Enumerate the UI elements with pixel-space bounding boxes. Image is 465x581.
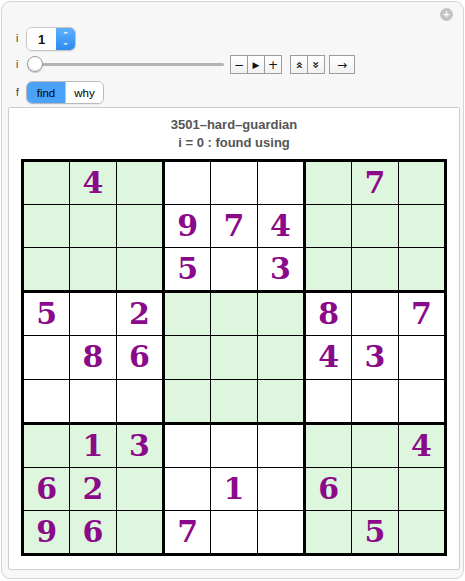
sudoku-cell-r8c9 xyxy=(399,468,444,510)
sudoku-cell-r4c4 xyxy=(165,293,210,335)
sudoku-cell-r9c9 xyxy=(399,511,444,553)
puzzle-subtitle: i = 0 : found using xyxy=(9,134,459,152)
sudoku-cell-r7c3: 3 xyxy=(117,425,162,467)
sudoku-cell-r8c8 xyxy=(352,468,397,510)
display-frame: 3501–hard–guardian i = 0 : found using 4… xyxy=(8,107,460,570)
sudoku-cell-r3c6: 3 xyxy=(258,248,303,290)
sudoku-box: 97453 xyxy=(165,162,303,290)
sudoku-cell-r7c7 xyxy=(306,425,351,467)
sudoku-cell-r5c2: 8 xyxy=(70,336,115,378)
sudoku-cell-r3c9 xyxy=(399,248,444,290)
stepper-down-icon[interactable]: ⌄ xyxy=(62,39,70,46)
f-setter-bar[interactable]: find why xyxy=(26,81,104,104)
speed-up-button[interactable]: » xyxy=(290,55,308,74)
sudoku-cell-r1c2: 4 xyxy=(70,162,115,204)
sudoku-box: 8743 xyxy=(306,293,444,421)
sudoku-cell-r5c7: 4 xyxy=(306,336,351,378)
sudoku-cell-r4c1: 5 xyxy=(24,293,69,335)
sudoku-cell-r9c2: 6 xyxy=(70,511,115,553)
sudoku-cell-r8c1: 6 xyxy=(24,468,69,510)
sudoku-cell-r3c5 xyxy=(211,248,256,290)
puzzle-title: 3501–hard–guardian xyxy=(9,116,459,134)
sudoku-cell-r8c7: 6 xyxy=(306,468,351,510)
slider-track[interactable] xyxy=(27,63,224,66)
sudoku-cell-r9c8: 5 xyxy=(352,511,397,553)
sudoku-cell-r2c5: 7 xyxy=(211,205,256,247)
sudoku-cell-r5c1 xyxy=(24,336,69,378)
sudoku-cell-r6c8 xyxy=(352,380,397,422)
sudoku-cell-r8c4 xyxy=(165,468,210,510)
sudoku-box: 7 xyxy=(306,162,444,290)
sudoku-cell-r7c1 xyxy=(24,425,69,467)
sudoku-cell-r3c8 xyxy=(352,248,397,290)
chevron-double-up-icon: » xyxy=(292,61,306,69)
sudoku-cell-r1c5 xyxy=(211,162,256,204)
sudoku-cell-r6c4 xyxy=(165,380,210,422)
sudoku-cell-r6c7 xyxy=(306,380,351,422)
sudoku-cell-r5c4 xyxy=(165,336,210,378)
sudoku-cell-r2c2 xyxy=(70,205,115,247)
stepper-label: i xyxy=(16,33,18,44)
sudoku-cell-r7c6 xyxy=(258,425,303,467)
sudoku-cell-r8c3 xyxy=(117,468,162,510)
sudoku-cell-r3c7 xyxy=(306,248,351,290)
sudoku-cell-r6c2 xyxy=(70,380,115,422)
sudoku-cell-r4c2 xyxy=(70,293,115,335)
sudoku-cell-r4c7: 8 xyxy=(306,293,351,335)
sudoku-box: 5286 xyxy=(24,293,162,421)
sudoku-cell-r9c1: 9 xyxy=(24,511,69,553)
chevron-double-down-icon: » xyxy=(309,61,323,69)
sudoku-cell-r2c9 xyxy=(399,205,444,247)
i-slider[interactable] xyxy=(27,55,224,73)
sudoku-box: 136296 xyxy=(24,425,162,553)
sudoku-cell-r3c2 xyxy=(70,248,115,290)
sudoku-cell-r3c1 xyxy=(24,248,69,290)
direction-button[interactable]: → xyxy=(329,55,355,74)
slider-thumb[interactable] xyxy=(27,56,43,72)
sudoku-cell-r9c6 xyxy=(258,511,303,553)
sudoku-cell-r1c4 xyxy=(165,162,210,204)
sudoku-cell-r4c5 xyxy=(211,293,256,335)
sudoku-cell-r8c2: 2 xyxy=(70,468,115,510)
sudoku-box: 465 xyxy=(306,425,444,553)
sudoku-cell-r4c9: 7 xyxy=(399,293,444,335)
play-button[interactable]: ▶ xyxy=(247,55,265,74)
sudoku-cell-r5c8: 3 xyxy=(352,336,397,378)
slider-label: i xyxy=(16,59,18,70)
sudoku-cell-r6c5 xyxy=(211,380,256,422)
sudoku-cell-r9c4: 7 xyxy=(165,511,210,553)
sudoku-cell-r5c5 xyxy=(211,336,256,378)
setter-option-find[interactable]: find xyxy=(27,82,65,103)
sudoku-cell-r7c5 xyxy=(211,425,256,467)
sudoku-cell-r6c3 xyxy=(117,380,162,422)
manipulate-panel: + i 1 ⌃ ⌄ i − ▶ + » » → f find why 3501 xyxy=(1,1,464,579)
sudoku-cell-r9c5 xyxy=(211,511,256,553)
stepper-value[interactable]: 1 xyxy=(27,28,56,50)
sudoku-cell-r5c3: 6 xyxy=(117,336,162,378)
sudoku-cell-r1c7 xyxy=(306,162,351,204)
sudoku-cell-r3c3 xyxy=(117,248,162,290)
setter-label: f xyxy=(16,87,19,98)
sudoku-cell-r1c8: 7 xyxy=(352,162,397,204)
sudoku-cell-r9c7 xyxy=(306,511,351,553)
sudoku-box: 4 xyxy=(24,162,162,290)
sudoku-cell-r1c6 xyxy=(258,162,303,204)
sudoku-cell-r3c4: 5 xyxy=(165,248,210,290)
sudoku-cell-r4c6 xyxy=(258,293,303,335)
play-icon: ▶ xyxy=(253,60,260,70)
sudoku-cell-r6c9 xyxy=(399,380,444,422)
stepper-arrows-icon[interactable]: ⌃ ⌄ xyxy=(56,28,75,50)
step-forward-button[interactable]: + xyxy=(264,55,282,74)
step-back-button[interactable]: − xyxy=(230,55,248,74)
sudoku-cell-r9c3 xyxy=(117,511,162,553)
sudoku-cell-r4c8 xyxy=(352,293,397,335)
sudoku-cell-r6c6 xyxy=(258,380,303,422)
sudoku-cell-r7c8 xyxy=(352,425,397,467)
sudoku-cell-r2c4: 9 xyxy=(165,205,210,247)
sudoku-box xyxy=(165,293,303,421)
sudoku-cell-r5c6 xyxy=(258,336,303,378)
sudoku-box: 17 xyxy=(165,425,303,553)
manipulate-menu-icon[interactable]: + xyxy=(440,8,453,21)
sudoku-cell-r1c9 xyxy=(399,162,444,204)
sudoku-cell-r7c4 xyxy=(165,425,210,467)
sudoku-cell-r2c8 xyxy=(352,205,397,247)
sudoku-cell-r5c9 xyxy=(399,336,444,378)
i-stepper[interactable]: 1 ⌃ ⌄ xyxy=(26,27,76,51)
speed-down-button[interactable]: » xyxy=(307,55,325,74)
sudoku-cell-r2c3 xyxy=(117,205,162,247)
sudoku-cell-r2c7 xyxy=(306,205,351,247)
sudoku-cell-r4c3: 2 xyxy=(117,293,162,335)
sudoku-board: 49745375286874313629617465 xyxy=(21,159,447,556)
sudoku-cell-r7c9: 4 xyxy=(399,425,444,467)
sudoku-cell-r1c3 xyxy=(117,162,162,204)
sudoku-cell-r1c1 xyxy=(24,162,69,204)
sudoku-cell-r2c1 xyxy=(24,205,69,247)
sudoku-cell-r8c6 xyxy=(258,468,303,510)
sudoku-cell-r8c5: 1 xyxy=(211,468,256,510)
sudoku-cell-r6c1 xyxy=(24,380,69,422)
sudoku-cell-r7c2: 1 xyxy=(70,425,115,467)
sudoku-cell-r2c6: 4 xyxy=(258,205,303,247)
setter-option-why[interactable]: why xyxy=(65,82,103,103)
